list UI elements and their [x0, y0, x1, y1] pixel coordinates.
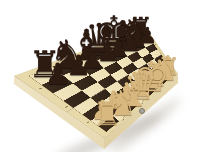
frame-nail-icon — [39, 88, 43, 90]
frame-nail-icon — [65, 106, 68, 108]
frame-nail-icon — [155, 44, 156, 45]
box-latch-icon — [139, 108, 145, 114]
frame-nail-icon — [167, 60, 168, 61]
frame-nail-icon — [87, 121, 90, 123]
frame-nail-icon — [157, 90, 158, 91]
frame-nail-icon — [141, 103, 143, 104]
frame-nail-icon — [122, 119, 124, 121]
chess-set-product-photo: ♜♞♝♛♚♝♞♜♟♟♟♟♟♟♟♟♟♟♟♟♟♟♟♟♜♞♝♛♚♝♞♜ — [0, 0, 200, 152]
frame-nail-icon — [169, 79, 170, 80]
